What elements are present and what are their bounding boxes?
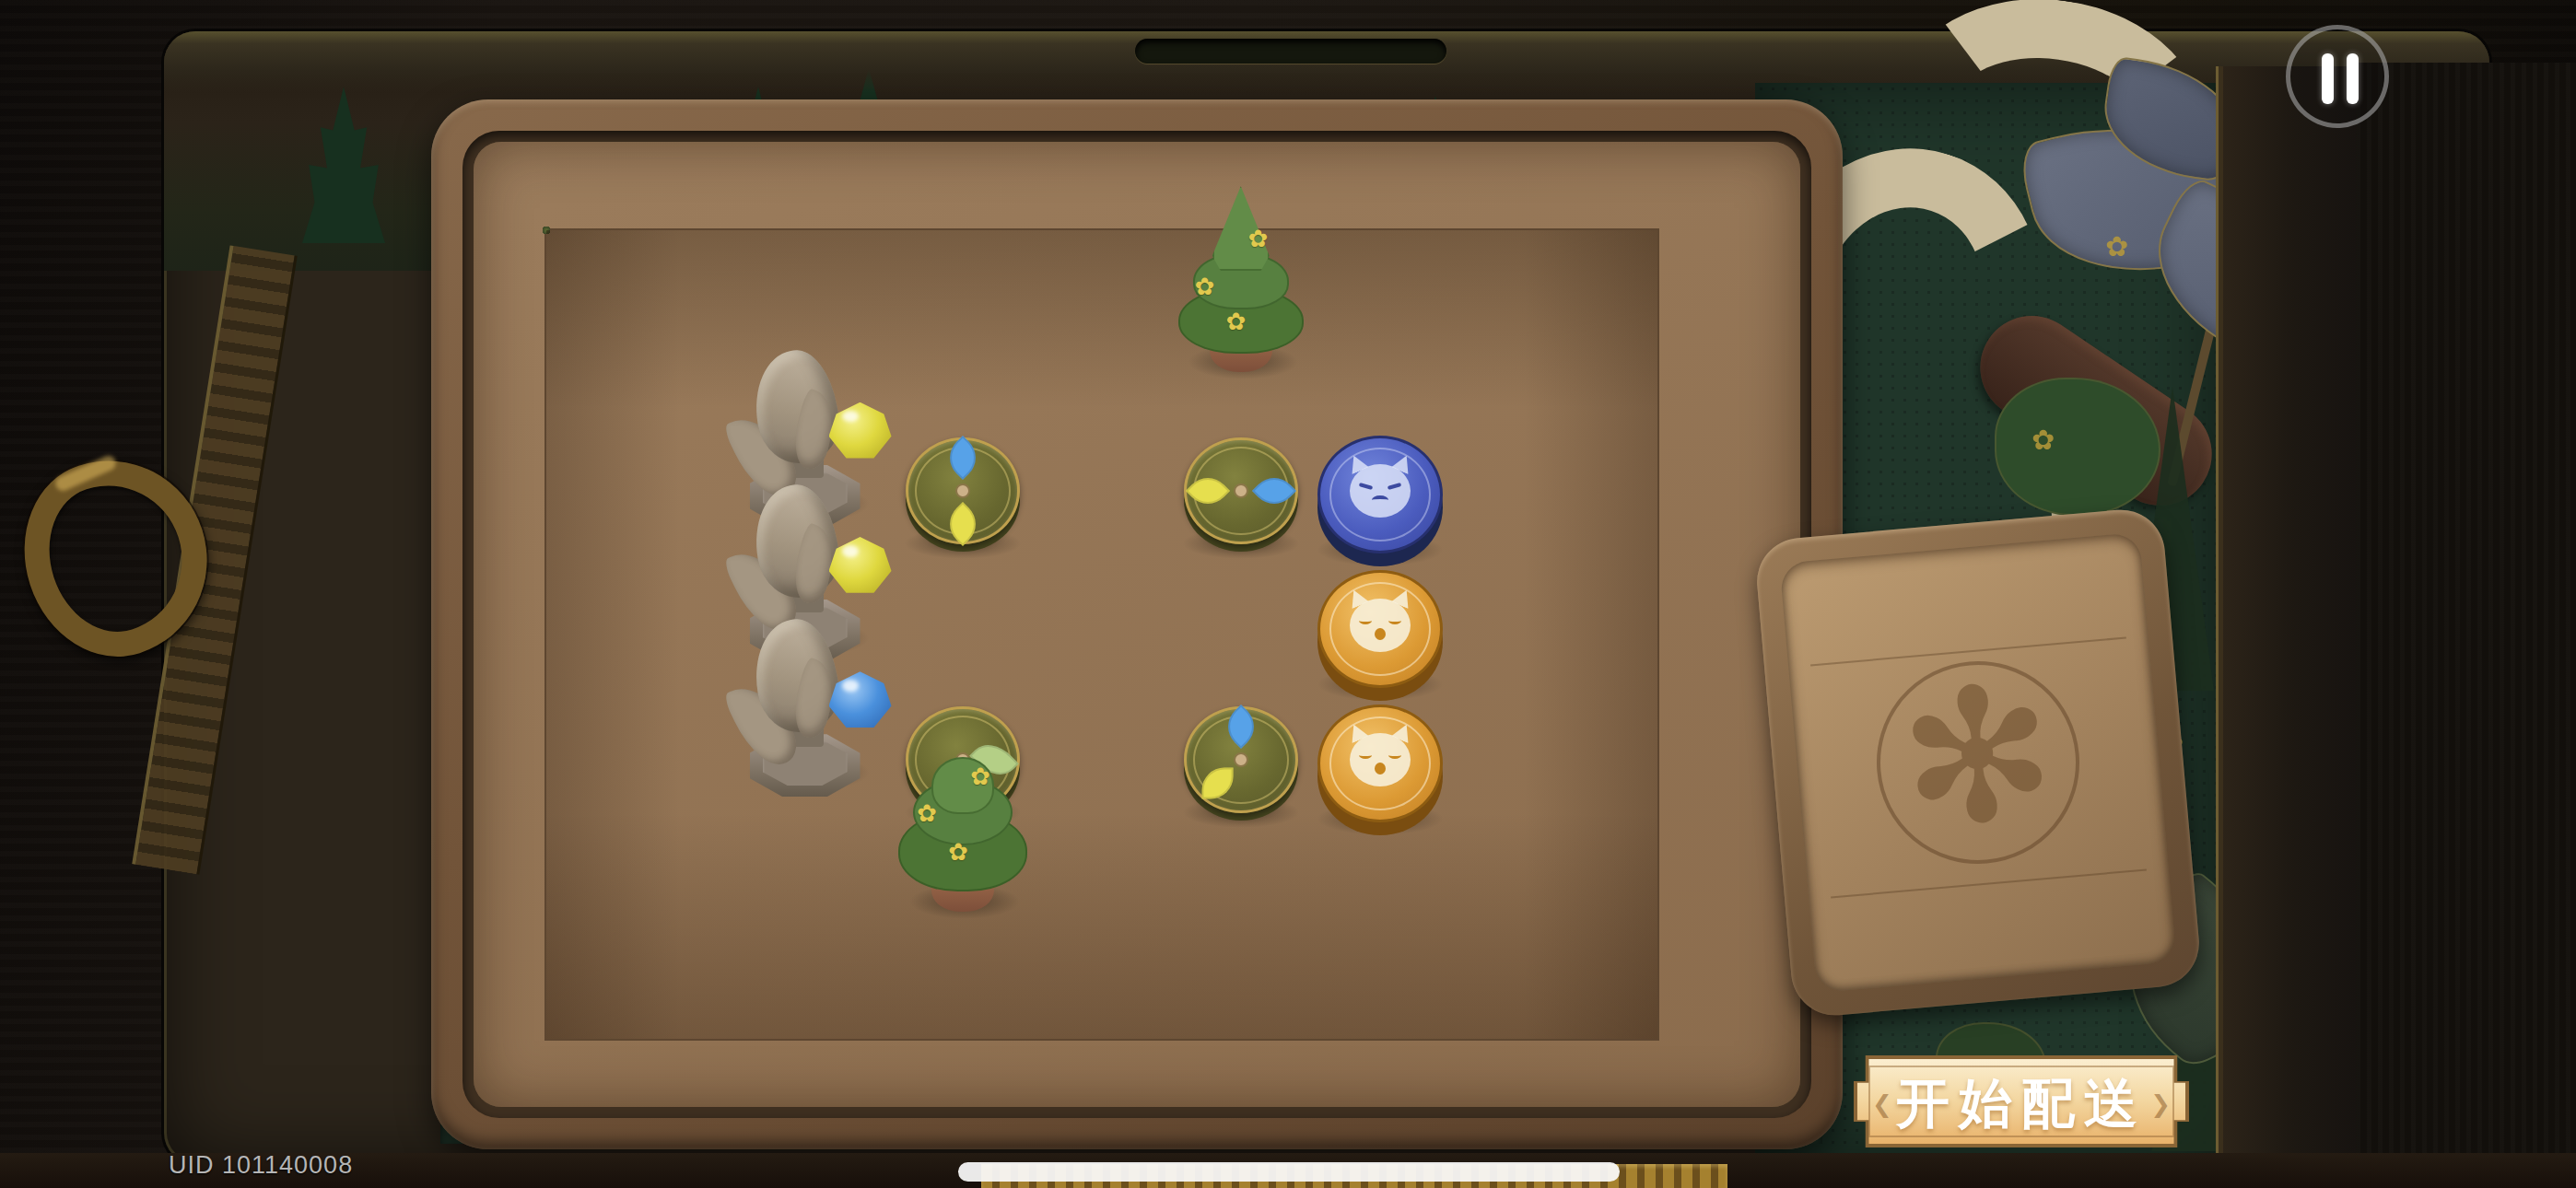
wooden-game-box: ✿ ✿ ✿ ✿ ✿ ✿ ✿✿✿✿✿✿ ✻ bbox=[164, 31, 2489, 1164]
wood-pillar bbox=[2216, 66, 2356, 1157]
start-button-label: 开始配送 bbox=[1854, 1068, 2189, 1140]
dark-wood-wall bbox=[2356, 63, 2576, 1188]
coin-disc bbox=[1317, 705, 1443, 822]
yellow-flower-icon: ✿ bbox=[970, 763, 990, 791]
cat-eye bbox=[1388, 617, 1401, 624]
yellow-flower-icon: ✿ bbox=[948, 838, 968, 867]
gem-yellow bbox=[829, 537, 892, 596]
flower-emblem-icon: ✻ bbox=[1868, 647, 2087, 867]
cat-eye bbox=[1388, 751, 1401, 759]
piece-flower-bush[interactable]: ✿✿✿ bbox=[1167, 217, 1315, 411]
token-hub bbox=[1234, 483, 1248, 498]
token-disc bbox=[906, 437, 1020, 544]
cat-face bbox=[1350, 464, 1411, 518]
cat-mouth bbox=[1375, 763, 1386, 775]
cat-face bbox=[1350, 599, 1411, 652]
token-hub bbox=[955, 483, 970, 498]
uid-text: UID 101140008 bbox=[169, 1151, 353, 1180]
pine-tree-icon bbox=[302, 87, 385, 243]
piece-leaf-spinner-token[interactable] bbox=[1177, 426, 1306, 565]
piece-cat-coin-blue[interactable] bbox=[1311, 425, 1449, 572]
cat-eye bbox=[1387, 483, 1401, 490]
yellow-flower-icon: ✿ bbox=[2105, 230, 2128, 262]
pause-button[interactable] bbox=[2286, 25, 2389, 128]
token-hub bbox=[1234, 752, 1248, 767]
handle-slot bbox=[1135, 39, 1446, 64]
yellow-flower-icon: ✿ bbox=[917, 799, 937, 828]
cat-eye bbox=[1358, 483, 1373, 490]
pieces-layer: ✿✿✿✿✿✿ bbox=[546, 230, 1657, 1039]
cat-mouth bbox=[1372, 495, 1388, 505]
token-disc bbox=[1184, 706, 1298, 813]
game-screen: ✿ ✿ ✿ ✿ ✿ ✿ ✿✿✿✿✿✿ ✻ bbox=[0, 0, 2576, 1188]
cat-eye bbox=[1359, 751, 1372, 759]
tray-plank-line bbox=[1831, 869, 2148, 899]
pause-icon bbox=[2322, 53, 2334, 104]
board-frame: ✿✿✿✿✿✿ bbox=[431, 99, 1843, 1149]
yellow-flower-icon: ✿ bbox=[2032, 424, 2055, 456]
pause-icon bbox=[2347, 53, 2359, 104]
yellow-flower-icon: ✿ bbox=[1195, 273, 1215, 301]
home-indicator-bar[interactable] bbox=[958, 1162, 1620, 1182]
piece-sack-blue-gem[interactable] bbox=[737, 629, 903, 813]
piece-cat-coin-orange[interactable] bbox=[1311, 693, 1449, 841]
cat-eye bbox=[1359, 617, 1372, 624]
yellow-flower-icon: ✿ bbox=[1248, 225, 1269, 253]
piece-cat-coin-orange[interactable] bbox=[1311, 559, 1449, 706]
gem-yellow bbox=[829, 402, 892, 461]
tray-inner: ✻ bbox=[1779, 532, 2176, 993]
delivery-tray[interactable]: ✻ bbox=[1753, 507, 2203, 1019]
piece-leaf-spinner-token[interactable] bbox=[1177, 695, 1306, 833]
coin-disc bbox=[1317, 436, 1443, 553]
yellow-flower-icon: ✿ bbox=[1226, 308, 1247, 336]
piece-flower-bush[interactable]: ✿✿✿ bbox=[889, 757, 1036, 950]
coin-disc bbox=[1317, 570, 1443, 688]
start-delivery-button[interactable]: ❮ ❯ 开始配送 bbox=[1854, 1055, 2189, 1147]
cat-mouth bbox=[1375, 628, 1386, 640]
token-disc bbox=[1184, 437, 1298, 544]
piece-leaf-spinner-token[interactable] bbox=[898, 426, 1027, 565]
cat-face bbox=[1350, 733, 1411, 786]
